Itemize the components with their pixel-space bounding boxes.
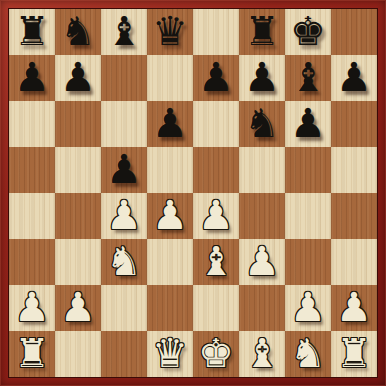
white-pawn[interactable]: ♟ xyxy=(198,193,234,238)
black-pawn[interactable]: ♟ xyxy=(152,101,188,146)
square-e8[interactable] xyxy=(193,9,239,55)
square-a6[interactable] xyxy=(9,101,55,147)
square-c5[interactable]: ♟ xyxy=(101,147,147,193)
square-a3[interactable] xyxy=(9,239,55,285)
square-g4[interactable] xyxy=(285,193,331,239)
black-knight[interactable]: ♞ xyxy=(60,9,96,54)
square-c2[interactable] xyxy=(101,285,147,331)
white-knight[interactable]: ♞ xyxy=(290,331,326,376)
chess-board: ♜♞♝♛♜♚♟♟♟♟♝♟♟♞♟♟♟♟♟♞♝♟♟♟♟♟♜♛♚♝♞♜ xyxy=(9,9,377,377)
white-pawn[interactable]: ♟ xyxy=(290,285,326,330)
square-h5[interactable] xyxy=(331,147,377,193)
black-pawn[interactable]: ♟ xyxy=(244,55,280,100)
square-a1[interactable]: ♜ xyxy=(9,331,55,377)
black-pawn[interactable]: ♟ xyxy=(336,55,372,100)
square-h1[interactable]: ♜ xyxy=(331,331,377,377)
square-d7[interactable] xyxy=(147,55,193,101)
square-e7[interactable]: ♟ xyxy=(193,55,239,101)
square-c8[interactable]: ♝ xyxy=(101,9,147,55)
white-bishop[interactable]: ♝ xyxy=(244,331,280,376)
square-f6[interactable]: ♞ xyxy=(239,101,285,147)
square-a2[interactable]: ♟ xyxy=(9,285,55,331)
square-a4[interactable] xyxy=(9,193,55,239)
square-h8[interactable] xyxy=(331,9,377,55)
square-c4[interactable]: ♟ xyxy=(101,193,147,239)
square-f5[interactable] xyxy=(239,147,285,193)
square-d8[interactable]: ♛ xyxy=(147,9,193,55)
square-d4[interactable]: ♟ xyxy=(147,193,193,239)
square-h6[interactable] xyxy=(331,101,377,147)
white-king[interactable]: ♚ xyxy=(198,331,234,376)
square-c6[interactable] xyxy=(101,101,147,147)
square-b2[interactable]: ♟ xyxy=(55,285,101,331)
square-g5[interactable] xyxy=(285,147,331,193)
square-h7[interactable]: ♟ xyxy=(331,55,377,101)
square-g6[interactable]: ♟ xyxy=(285,101,331,147)
square-a5[interactable] xyxy=(9,147,55,193)
white-pawn[interactable]: ♟ xyxy=(152,193,188,238)
black-knight[interactable]: ♞ xyxy=(244,101,280,146)
square-d1[interactable]: ♛ xyxy=(147,331,193,377)
square-f1[interactable]: ♝ xyxy=(239,331,285,377)
square-b5[interactable] xyxy=(55,147,101,193)
white-rook[interactable]: ♜ xyxy=(14,331,50,376)
square-a7[interactable]: ♟ xyxy=(9,55,55,101)
black-bishop[interactable]: ♝ xyxy=(106,9,142,54)
square-f7[interactable]: ♟ xyxy=(239,55,285,101)
square-f2[interactable] xyxy=(239,285,285,331)
black-rook[interactable]: ♜ xyxy=(244,9,280,54)
square-h3[interactable] xyxy=(331,239,377,285)
square-b1[interactable] xyxy=(55,331,101,377)
square-h2[interactable]: ♟ xyxy=(331,285,377,331)
square-c1[interactable] xyxy=(101,331,147,377)
square-c3[interactable]: ♞ xyxy=(101,239,147,285)
square-g7[interactable]: ♝ xyxy=(285,55,331,101)
black-bishop[interactable]: ♝ xyxy=(290,55,326,100)
black-queen[interactable]: ♛ xyxy=(152,9,188,54)
square-f4[interactable] xyxy=(239,193,285,239)
square-d5[interactable] xyxy=(147,147,193,193)
square-c7[interactable] xyxy=(101,55,147,101)
black-pawn[interactable]: ♟ xyxy=(106,147,142,192)
black-king[interactable]: ♚ xyxy=(290,9,326,54)
square-e4[interactable]: ♟ xyxy=(193,193,239,239)
square-e6[interactable] xyxy=(193,101,239,147)
square-d2[interactable] xyxy=(147,285,193,331)
square-g1[interactable]: ♞ xyxy=(285,331,331,377)
square-b6[interactable] xyxy=(55,101,101,147)
white-rook[interactable]: ♜ xyxy=(336,331,372,376)
square-b3[interactable] xyxy=(55,239,101,285)
black-rook[interactable]: ♜ xyxy=(14,9,50,54)
black-pawn[interactable]: ♟ xyxy=(290,101,326,146)
square-f8[interactable]: ♜ xyxy=(239,9,285,55)
white-pawn[interactable]: ♟ xyxy=(14,285,50,330)
black-pawn[interactable]: ♟ xyxy=(14,55,50,100)
square-e1[interactable]: ♚ xyxy=(193,331,239,377)
white-pawn[interactable]: ♟ xyxy=(244,239,280,284)
square-e3[interactable]: ♝ xyxy=(193,239,239,285)
square-g3[interactable] xyxy=(285,239,331,285)
square-h4[interactable] xyxy=(331,193,377,239)
square-b4[interactable] xyxy=(55,193,101,239)
square-d6[interactable]: ♟ xyxy=(147,101,193,147)
white-knight[interactable]: ♞ xyxy=(106,239,142,284)
board-frame: ♜♞♝♛♜♚♟♟♟♟♝♟♟♞♟♟♟♟♟♞♝♟♟♟♟♟♜♛♚♝♞♜ xyxy=(0,0,386,386)
square-f3[interactable]: ♟ xyxy=(239,239,285,285)
square-e2[interactable] xyxy=(193,285,239,331)
square-e5[interactable] xyxy=(193,147,239,193)
black-pawn[interactable]: ♟ xyxy=(60,55,96,100)
white-bishop[interactable]: ♝ xyxy=(198,239,234,284)
square-b8[interactable]: ♞ xyxy=(55,9,101,55)
black-pawn[interactable]: ♟ xyxy=(198,55,234,100)
white-pawn[interactable]: ♟ xyxy=(336,285,372,330)
white-pawn[interactable]: ♟ xyxy=(60,285,96,330)
square-g8[interactable]: ♚ xyxy=(285,9,331,55)
square-b7[interactable]: ♟ xyxy=(55,55,101,101)
square-d3[interactable] xyxy=(147,239,193,285)
square-g2[interactable]: ♟ xyxy=(285,285,331,331)
white-queen[interactable]: ♛ xyxy=(152,331,188,376)
square-a8[interactable]: ♜ xyxy=(9,9,55,55)
white-pawn[interactable]: ♟ xyxy=(106,193,142,238)
